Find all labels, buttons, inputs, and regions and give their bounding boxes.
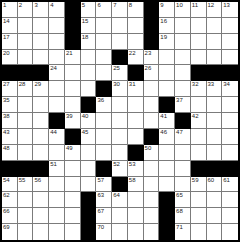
- clue-number-10: 10: [176, 2, 183, 9]
- cell-r8c3[interactable]: [33, 113, 49, 129]
- crossword-grid: 1234567891011121314151617181920212223242…: [0, 0, 240, 242]
- black-cell-r11c14: [207, 161, 223, 177]
- cell-r11c6[interactable]: [81, 161, 97, 177]
- cell-r5c10[interactable]: 26: [144, 65, 160, 81]
- cell-r12c12[interactable]: [175, 177, 191, 193]
- cell-r6c3[interactable]: 29: [33, 81, 49, 97]
- cell-r11c5[interactable]: [65, 161, 81, 177]
- clue-number-71: 71: [176, 224, 183, 231]
- cell-r8c10[interactable]: [144, 113, 160, 129]
- cell-r15c10[interactable]: [144, 224, 160, 240]
- cell-r12c11[interactable]: [159, 177, 175, 193]
- clue-number-21: 21: [66, 50, 73, 57]
- black-cell-r14c6: [81, 208, 97, 224]
- cell-r3c14[interactable]: [207, 34, 223, 50]
- cell-r9c1[interactable]: 43: [2, 129, 18, 145]
- clue-number-35: 35: [3, 97, 10, 104]
- black-cell-r3c10: [144, 34, 160, 50]
- cell-r13c3[interactable]: [33, 192, 49, 208]
- cell-r14c14[interactable]: [207, 208, 223, 224]
- cell-r1c6[interactable]: 5: [81, 2, 97, 18]
- black-cell-r14c11: [159, 208, 175, 224]
- cell-r15c2[interactable]: [18, 224, 34, 240]
- clue-number-12: 12: [208, 2, 215, 9]
- clue-number-43: 43: [3, 129, 10, 136]
- cell-r1c1[interactable]: 1: [2, 2, 18, 18]
- cell-r7c4[interactable]: [49, 97, 65, 113]
- black-cell-r11c1: [2, 161, 18, 177]
- cell-r2c1[interactable]: 14: [2, 18, 18, 34]
- clue-number-22: 22: [129, 50, 136, 57]
- cell-r12c13[interactable]: 59: [191, 177, 207, 193]
- cell-r9c4[interactable]: 44: [49, 129, 65, 145]
- clue-number-70: 70: [97, 224, 104, 231]
- cell-r8c6[interactable]: 40: [81, 113, 97, 129]
- cell-r4c6[interactable]: [81, 50, 97, 66]
- cell-r4c14[interactable]: [207, 50, 223, 66]
- clue-number-19: 19: [160, 34, 167, 41]
- cell-r5c11[interactable]: [159, 65, 175, 81]
- cell-r5c8[interactable]: 25: [112, 65, 128, 81]
- clue-number-33: 33: [208, 81, 215, 88]
- black-cell-r2c10: [144, 18, 160, 34]
- clue-number-38: 38: [3, 113, 10, 120]
- cell-r13c8[interactable]: 64: [112, 192, 128, 208]
- clue-number-62: 62: [3, 192, 10, 199]
- cell-r9c12[interactable]: 47: [175, 129, 191, 145]
- cell-r8c5[interactable]: 39: [65, 113, 81, 129]
- cell-r6c11[interactable]: [159, 81, 175, 97]
- cell-r11c8[interactable]: 52: [112, 161, 128, 177]
- cell-r11c4[interactable]: 51: [49, 161, 65, 177]
- clue-number-53: 53: [129, 161, 136, 168]
- cell-r8c1[interactable]: 38: [2, 113, 18, 129]
- cell-r8c15[interactable]: [222, 113, 238, 129]
- black-cell-r13c6: [81, 192, 97, 208]
- cell-r7c3[interactable]: [33, 97, 49, 113]
- cell-r9c15[interactable]: [222, 129, 238, 145]
- clue-number-57: 57: [97, 177, 104, 184]
- cell-r12c15[interactable]: 61: [222, 177, 238, 193]
- cell-r1c4[interactable]: 4: [49, 2, 65, 18]
- black-cell-r2c5: [65, 18, 81, 34]
- cell-r2c13[interactable]: [191, 18, 207, 34]
- cell-r14c13[interactable]: [191, 208, 207, 224]
- cell-r6c14[interactable]: 33: [207, 81, 223, 97]
- cell-r12c5[interactable]: [65, 177, 81, 193]
- cell-r4c1[interactable]: 20: [2, 50, 18, 66]
- cell-r1c14[interactable]: 12: [207, 2, 223, 18]
- clue-number-58: 58: [129, 177, 136, 184]
- cell-r13c12[interactable]: 65: [175, 192, 191, 208]
- clue-number-60: 60: [208, 177, 215, 184]
- cell-r12c9[interactable]: 58: [128, 177, 144, 193]
- cell-r7c5[interactable]: [65, 97, 81, 113]
- clue-number-51: 51: [50, 161, 57, 168]
- cell-r10c15[interactable]: [222, 145, 238, 161]
- cell-r6c1[interactable]: 27: [2, 81, 18, 97]
- cell-r15c13[interactable]: [191, 224, 207, 240]
- cell-r5c12[interactable]: [175, 65, 191, 81]
- cell-r8c14[interactable]: [207, 113, 223, 129]
- cell-r7c2[interactable]: [18, 97, 34, 113]
- black-cell-r11c2: [18, 161, 34, 177]
- clue-number-47: 47: [176, 129, 183, 136]
- cell-r15c1[interactable]: 69: [2, 224, 18, 240]
- black-cell-r1c5: [65, 2, 81, 18]
- cell-r6c12[interactable]: [175, 81, 191, 97]
- black-cell-r6c7: [96, 81, 112, 97]
- clue-number-2: 2: [19, 2, 22, 9]
- cell-r11c12[interactable]: [175, 161, 191, 177]
- cell-r15c7[interactable]: 70: [96, 224, 112, 240]
- cell-r7c10[interactable]: [144, 97, 160, 113]
- clue-number-54: 54: [3, 177, 10, 184]
- clue-number-1: 1: [3, 2, 6, 9]
- clue-number-27: 27: [3, 81, 10, 88]
- clue-number-69: 69: [3, 224, 10, 231]
- black-cell-r5c13: [191, 65, 207, 81]
- cell-r6c4[interactable]: [49, 81, 65, 97]
- clue-number-61: 61: [223, 177, 230, 184]
- cell-r3c3[interactable]: [33, 34, 49, 50]
- cell-r5c7[interactable]: [96, 65, 112, 81]
- black-cell-r11c7: [96, 161, 112, 177]
- cell-r3c12[interactable]: [175, 34, 191, 50]
- cell-r6c9[interactable]: 31: [128, 81, 144, 97]
- cell-r8c9[interactable]: [128, 113, 144, 129]
- black-cell-r7c11: [159, 97, 175, 113]
- clue-number-66: 66: [3, 208, 10, 215]
- cell-r1c9[interactable]: 8: [128, 2, 144, 18]
- cell-r2c3[interactable]: [33, 18, 49, 34]
- cell-r2c4[interactable]: [49, 18, 65, 34]
- cell-r2c15[interactable]: [222, 18, 238, 34]
- black-cell-r13c11: [159, 192, 175, 208]
- clue-number-36: 36: [97, 97, 104, 104]
- cell-r14c10[interactable]: [144, 208, 160, 224]
- cell-r2c9[interactable]: [128, 18, 144, 34]
- cell-r2c12[interactable]: [175, 18, 191, 34]
- cell-r2c7[interactable]: [96, 18, 112, 34]
- cell-r10c3[interactable]: [33, 145, 49, 161]
- cell-r14c2[interactable]: [18, 208, 34, 224]
- clue-number-39: 39: [66, 113, 73, 120]
- black-cell-r3c5: [65, 34, 81, 50]
- cell-r14c3[interactable]: [33, 208, 49, 224]
- cell-r7c13[interactable]: [191, 97, 207, 113]
- cell-r6c15[interactable]: 34: [222, 81, 238, 97]
- clue-number-68: 68: [176, 208, 183, 215]
- cell-r7c14[interactable]: [207, 97, 223, 113]
- clue-number-15: 15: [82, 18, 89, 25]
- cell-r10c6[interactable]: [81, 145, 97, 161]
- cell-r12c2[interactable]: 55: [18, 177, 34, 193]
- cell-r5c5[interactable]: [65, 65, 81, 81]
- black-cell-r8c4: [49, 113, 65, 129]
- cell-r9c3[interactable]: [33, 129, 49, 145]
- cell-r15c4[interactable]: [49, 224, 65, 240]
- clue-number-42: 42: [192, 113, 199, 120]
- cell-r11c9[interactable]: 53: [128, 161, 144, 177]
- cell-r2c2[interactable]: [18, 18, 34, 34]
- cell-r13c14[interactable]: [207, 192, 223, 208]
- clue-number-64: 64: [113, 192, 120, 199]
- clue-number-28: 28: [19, 81, 26, 88]
- cell-r15c12[interactable]: 71: [175, 224, 191, 240]
- cell-r8c11[interactable]: 41: [159, 113, 175, 129]
- cell-r10c4[interactable]: [49, 145, 65, 161]
- cell-r4c9[interactable]: 22: [128, 50, 144, 66]
- black-cell-r11c15: [222, 161, 238, 177]
- cell-r3c8[interactable]: [112, 34, 128, 50]
- black-cell-r11c13: [191, 161, 207, 177]
- cell-r10c2[interactable]: [18, 145, 34, 161]
- clue-number-6: 6: [97, 2, 100, 9]
- clue-number-24: 24: [50, 65, 57, 72]
- black-cell-r5c15: [222, 65, 238, 81]
- black-cell-r8c12: [175, 113, 191, 129]
- cell-r13c2[interactable]: [18, 192, 34, 208]
- cell-r3c11[interactable]: 19: [159, 34, 175, 50]
- clue-number-16: 16: [160, 18, 167, 25]
- cell-r14c5[interactable]: [65, 208, 81, 224]
- cell-r6c8[interactable]: 30: [112, 81, 128, 97]
- clue-number-55: 55: [19, 177, 26, 184]
- black-cell-r5c9: [128, 65, 144, 81]
- black-cell-r10c9: [128, 145, 144, 161]
- cell-r4c11[interactable]: [159, 50, 175, 66]
- cell-r5c4[interactable]: 24: [49, 65, 65, 81]
- clue-number-40: 40: [82, 113, 89, 120]
- cell-r12c4[interactable]: [49, 177, 65, 193]
- cell-r13c5[interactable]: [65, 192, 81, 208]
- clue-number-11: 11: [192, 2, 198, 9]
- cell-r4c4[interactable]: [49, 50, 65, 66]
- clue-number-3: 3: [34, 2, 37, 9]
- black-cell-r5c14: [207, 65, 223, 81]
- cell-r10c5[interactable]: 49: [65, 145, 81, 161]
- cell-r10c7[interactable]: [96, 145, 112, 161]
- clue-number-45: 45: [82, 129, 89, 136]
- cell-r4c12[interactable]: [175, 50, 191, 66]
- cell-r15c8[interactable]: [112, 224, 128, 240]
- cell-r2c6[interactable]: 15: [81, 18, 97, 34]
- cell-r9c13[interactable]: [191, 129, 207, 145]
- cell-r6c6[interactable]: [81, 81, 97, 97]
- clue-number-67: 67: [97, 208, 104, 215]
- cell-r14c12[interactable]: 68: [175, 208, 191, 224]
- clue-number-65: 65: [176, 192, 183, 199]
- cell-r4c2[interactable]: [18, 50, 34, 66]
- cell-r6c2[interactable]: 28: [18, 81, 34, 97]
- clue-number-20: 20: [3, 50, 10, 57]
- cell-r2c14[interactable]: [207, 18, 223, 34]
- cell-r12c6[interactable]: [81, 177, 97, 193]
- cell-r12c7[interactable]: 57: [96, 177, 112, 193]
- cell-r9c14[interactable]: [207, 129, 223, 145]
- cell-r8c8[interactable]: [112, 113, 128, 129]
- cell-r14c9[interactable]: [128, 208, 144, 224]
- cell-r10c13[interactable]: [191, 145, 207, 161]
- cell-r9c6[interactable]: 45: [81, 129, 97, 145]
- cell-r6c13[interactable]: 32: [191, 81, 207, 97]
- cell-r1c2[interactable]: 2: [18, 2, 34, 18]
- cell-r7c1[interactable]: 35: [2, 97, 18, 113]
- cell-r4c3[interactable]: [33, 50, 49, 66]
- black-cell-r7c6: [81, 97, 97, 113]
- cell-r14c4[interactable]: [49, 208, 65, 224]
- black-cell-r5c2: [18, 65, 34, 81]
- cell-r13c10[interactable]: [144, 192, 160, 208]
- cell-r6c5[interactable]: [65, 81, 81, 97]
- clue-number-41: 41: [160, 113, 167, 120]
- cell-r1c13[interactable]: 11: [191, 2, 207, 18]
- cell-r7c12[interactable]: 37: [175, 97, 191, 113]
- clue-number-49: 49: [66, 145, 73, 152]
- cell-r13c4[interactable]: [49, 192, 65, 208]
- clue-number-9: 9: [160, 2, 163, 9]
- black-cell-r15c11: [159, 224, 175, 240]
- black-cell-r9c5: [65, 129, 81, 145]
- cell-r10c12[interactable]: [175, 145, 191, 161]
- cell-r13c9[interactable]: [128, 192, 144, 208]
- cell-r10c14[interactable]: [207, 145, 223, 161]
- black-cell-r11c3: [33, 161, 49, 177]
- cell-r1c3[interactable]: 3: [33, 2, 49, 18]
- cell-r3c4[interactable]: [49, 34, 65, 50]
- cell-r7c9[interactable]: [128, 97, 144, 113]
- cell-r1c7[interactable]: 6: [96, 2, 112, 18]
- clue-number-32: 32: [192, 81, 199, 88]
- cell-r14c8[interactable]: [112, 208, 128, 224]
- cell-r1c8[interactable]: 7: [112, 2, 128, 18]
- cell-r11c10[interactable]: [144, 161, 160, 177]
- black-cell-r12c8: [112, 177, 128, 193]
- cell-r3c9[interactable]: [128, 34, 144, 50]
- black-cell-r5c3: [33, 65, 49, 81]
- cell-r4c15[interactable]: [222, 50, 238, 66]
- cell-r5c6[interactable]: [81, 65, 97, 81]
- cell-r10c11[interactable]: [159, 145, 175, 161]
- cell-r4c10[interactable]: 23: [144, 50, 160, 66]
- cell-r12c1[interactable]: 54: [2, 177, 18, 193]
- clue-number-17: 17: [3, 34, 10, 41]
- clue-number-56: 56: [34, 177, 41, 184]
- black-cell-r15c6: [81, 224, 97, 240]
- cell-r14c1[interactable]: 66: [2, 208, 18, 224]
- clue-number-34: 34: [223, 81, 230, 88]
- cell-r13c1[interactable]: 62: [2, 192, 18, 208]
- cell-r15c5[interactable]: [65, 224, 81, 240]
- cell-r12c10[interactable]: [144, 177, 160, 193]
- cell-r4c7[interactable]: [96, 50, 112, 66]
- clue-number-18: 18: [82, 34, 89, 41]
- clue-number-23: 23: [145, 50, 152, 57]
- cell-r9c2[interactable]: [18, 129, 34, 145]
- clue-number-13: 13: [223, 2, 230, 9]
- cell-r4c5[interactable]: 21: [65, 50, 81, 66]
- cell-r2c8[interactable]: [112, 18, 128, 34]
- cell-r8c7[interactable]: [96, 113, 112, 129]
- clue-number-14: 14: [3, 18, 10, 25]
- cell-r7c15[interactable]: [222, 97, 238, 113]
- cell-r1c15[interactable]: 13: [222, 2, 238, 18]
- cell-r7c8[interactable]: [112, 97, 128, 113]
- clue-number-29: 29: [34, 81, 41, 88]
- cell-r3c7[interactable]: [96, 34, 112, 50]
- clue-number-48: 48: [3, 145, 10, 152]
- cell-r9c7[interactable]: [96, 129, 112, 145]
- black-cell-r4c8: [112, 50, 128, 66]
- clue-number-8: 8: [129, 2, 132, 9]
- black-cell-r9c10: [144, 129, 160, 145]
- cell-r11c11[interactable]: [159, 161, 175, 177]
- black-cell-r1c10: [144, 2, 160, 18]
- clue-number-4: 4: [50, 2, 53, 9]
- cell-r15c14[interactable]: [207, 224, 223, 240]
- clue-number-7: 7: [113, 2, 116, 9]
- cell-r10c1[interactable]: 48: [2, 145, 18, 161]
- cell-r4c13[interactable]: [191, 50, 207, 66]
- cell-r3c13[interactable]: [191, 34, 207, 50]
- cell-r1c12[interactable]: 10: [175, 2, 191, 18]
- clue-number-30: 30: [113, 81, 120, 88]
- clue-number-5: 5: [82, 2, 85, 9]
- cell-r14c15[interactable]: [222, 208, 238, 224]
- cell-r14c7[interactable]: 67: [96, 208, 112, 224]
- cell-r6c10[interactable]: [144, 81, 160, 97]
- clue-number-31: 31: [129, 81, 136, 88]
- cell-r12c3[interactable]: 56: [33, 177, 49, 193]
- cell-r15c9[interactable]: [128, 224, 144, 240]
- cell-r9c9[interactable]: [128, 129, 144, 145]
- cell-r15c3[interactable]: [33, 224, 49, 240]
- cell-r15c15[interactable]: [222, 224, 238, 240]
- cell-r3c2[interactable]: [18, 34, 34, 50]
- cell-r3c6[interactable]: 18: [81, 34, 97, 50]
- clue-number-63: 63: [97, 192, 104, 199]
- cell-r7c7[interactable]: 36: [96, 97, 112, 113]
- cell-r13c7[interactable]: 63: [96, 192, 112, 208]
- black-cell-r5c1: [2, 65, 18, 81]
- clue-number-52: 52: [113, 161, 120, 168]
- cell-r12c14[interactable]: 60: [207, 177, 223, 193]
- clue-number-50: 50: [145, 145, 152, 152]
- cell-r8c13[interactable]: 42: [191, 113, 207, 129]
- cell-r9c11[interactable]: 46: [159, 129, 175, 145]
- clue-number-25: 25: [113, 65, 120, 72]
- cell-r3c15[interactable]: [222, 34, 238, 50]
- cell-r2c11[interactable]: 16: [159, 18, 175, 34]
- clue-number-59: 59: [192, 177, 199, 184]
- cell-r8c2[interactable]: [18, 113, 34, 129]
- clue-number-46: 46: [160, 129, 167, 136]
- cell-r10c8[interactable]: [112, 145, 128, 161]
- cell-r10c10[interactable]: 50: [144, 145, 160, 161]
- cell-r9c8[interactable]: [112, 129, 128, 145]
- cell-r13c15[interactable]: [222, 192, 238, 208]
- cell-r13c13[interactable]: [191, 192, 207, 208]
- clue-number-44: 44: [50, 129, 57, 136]
- clue-number-26: 26: [145, 65, 152, 72]
- cell-r1c11[interactable]: 9: [159, 2, 175, 18]
- cell-r3c1[interactable]: 17: [2, 34, 18, 50]
- clue-number-37: 37: [176, 97, 183, 104]
